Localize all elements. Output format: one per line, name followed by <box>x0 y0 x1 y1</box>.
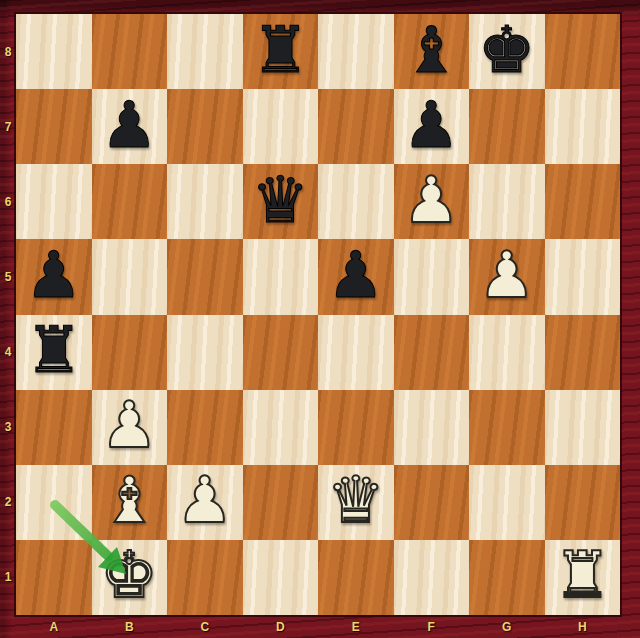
square-e1[interactable] <box>318 540 394 615</box>
square-g7[interactable] <box>469 89 545 164</box>
rank-label-5: 5 <box>0 239 16 314</box>
square-e6[interactable] <box>318 164 394 239</box>
rank-label-3: 3 <box>0 390 16 465</box>
square-a8[interactable] <box>16 14 92 89</box>
square-h8[interactable] <box>545 14 621 89</box>
square-g1[interactable] <box>469 540 545 615</box>
square-d2[interactable] <box>243 465 319 540</box>
square-c1[interactable] <box>167 540 243 615</box>
square-e2[interactable]: ♛ <box>318 465 394 540</box>
square-d7[interactable] <box>243 89 319 164</box>
square-d8[interactable]: ♜ <box>243 14 319 89</box>
square-g8[interactable]: ♚ <box>469 14 545 89</box>
square-f1[interactable] <box>394 540 470 615</box>
piece-black-pawn[interactable]: ♟ <box>327 243 384 307</box>
rank-label-6: 6 <box>0 164 16 239</box>
file-label-a: A <box>16 615 92 638</box>
square-a6[interactable] <box>16 164 92 239</box>
square-c6[interactable] <box>167 164 243 239</box>
rank-label-4: 4 <box>0 315 16 390</box>
piece-black-pawn[interactable]: ♟ <box>403 93 460 157</box>
square-a7[interactable] <box>16 89 92 164</box>
square-e7[interactable] <box>318 89 394 164</box>
rank-label-8: 8 <box>0 14 16 89</box>
piece-black-rook[interactable]: ♜ <box>252 18 309 82</box>
file-label-b: B <box>92 615 168 638</box>
square-e5[interactable]: ♟ <box>318 239 394 314</box>
square-b4[interactable] <box>92 315 168 390</box>
square-b5[interactable] <box>92 239 168 314</box>
file-label-g: G <box>469 615 545 638</box>
chess-board: ♜♝♚♟♟♛♟♟♟♟♜♟♝♟♛♚♜ <box>16 14 620 615</box>
square-h5[interactable] <box>545 239 621 314</box>
square-d6[interactable]: ♛ <box>243 164 319 239</box>
file-label-e: E <box>318 615 394 638</box>
square-f3[interactable] <box>394 390 470 465</box>
square-f6[interactable]: ♟ <box>394 164 470 239</box>
square-b8[interactable] <box>92 14 168 89</box>
rank-label-1: 1 <box>0 540 16 615</box>
square-g3[interactable] <box>469 390 545 465</box>
square-h2[interactable] <box>545 465 621 540</box>
square-a4[interactable]: ♜ <box>16 315 92 390</box>
square-h7[interactable] <box>545 89 621 164</box>
file-label-h: H <box>545 615 621 638</box>
square-e8[interactable] <box>318 14 394 89</box>
square-f5[interactable] <box>394 239 470 314</box>
square-g2[interactable] <box>469 465 545 540</box>
piece-white-pawn[interactable]: ♟ <box>176 468 233 532</box>
square-d3[interactable] <box>243 390 319 465</box>
piece-black-queen[interactable]: ♛ <box>252 168 309 232</box>
file-label-c: C <box>167 615 243 638</box>
square-d1[interactable] <box>243 540 319 615</box>
square-h1[interactable]: ♜ <box>545 540 621 615</box>
piece-black-rook[interactable]: ♜ <box>25 318 82 382</box>
square-c7[interactable] <box>167 89 243 164</box>
square-f7[interactable]: ♟ <box>394 89 470 164</box>
rank-label-7: 7 <box>0 89 16 164</box>
square-a2[interactable] <box>16 465 92 540</box>
square-b6[interactable] <box>92 164 168 239</box>
square-a1[interactable] <box>16 540 92 615</box>
square-b3[interactable]: ♟ <box>92 390 168 465</box>
rank-labels: 87654321 <box>0 14 16 615</box>
square-a5[interactable]: ♟ <box>16 239 92 314</box>
piece-white-bishop[interactable]: ♝ <box>101 468 158 532</box>
piece-white-king[interactable]: ♚ <box>101 543 158 607</box>
square-g5[interactable]: ♟ <box>469 239 545 314</box>
square-c3[interactable] <box>167 390 243 465</box>
square-c8[interactable] <box>167 14 243 89</box>
square-e3[interactable] <box>318 390 394 465</box>
square-g4[interactable] <box>469 315 545 390</box>
square-e4[interactable] <box>318 315 394 390</box>
piece-white-pawn[interactable]: ♟ <box>478 243 535 307</box>
piece-white-pawn[interactable]: ♟ <box>403 168 460 232</box>
square-d5[interactable] <box>243 239 319 314</box>
square-a3[interactable] <box>16 390 92 465</box>
piece-black-pawn[interactable]: ♟ <box>101 93 158 157</box>
piece-black-king[interactable]: ♚ <box>478 18 535 82</box>
piece-white-pawn[interactable]: ♟ <box>101 393 158 457</box>
square-h6[interactable] <box>545 164 621 239</box>
square-b2[interactable]: ♝ <box>92 465 168 540</box>
file-labels: ABCDEFGH <box>16 615 620 638</box>
square-h3[interactable] <box>545 390 621 465</box>
piece-white-queen[interactable]: ♛ <box>327 468 384 532</box>
square-c5[interactable] <box>167 239 243 314</box>
square-f8[interactable]: ♝ <box>394 14 470 89</box>
square-c2[interactable]: ♟ <box>167 465 243 540</box>
piece-white-rook[interactable]: ♜ <box>554 543 611 607</box>
square-f4[interactable] <box>394 315 470 390</box>
square-b7[interactable]: ♟ <box>92 89 168 164</box>
square-f2[interactable] <box>394 465 470 540</box>
file-label-d: D <box>243 615 319 638</box>
square-g6[interactable] <box>469 164 545 239</box>
rank-label-2: 2 <box>0 465 16 540</box>
file-label-f: F <box>394 615 470 638</box>
square-b1[interactable]: ♚ <box>92 540 168 615</box>
piece-black-bishop[interactable]: ♝ <box>403 18 460 82</box>
square-h4[interactable] <box>545 315 621 390</box>
square-d4[interactable] <box>243 315 319 390</box>
square-c4[interactable] <box>167 315 243 390</box>
piece-black-pawn[interactable]: ♟ <box>25 243 82 307</box>
